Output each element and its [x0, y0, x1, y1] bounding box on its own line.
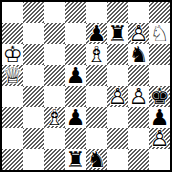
square-a2[interactable]	[2, 128, 23, 149]
square-a7[interactable]	[2, 23, 23, 44]
square-a3[interactable]	[2, 107, 23, 128]
square-c6[interactable]	[44, 44, 65, 65]
square-d8[interactable]	[65, 2, 86, 23]
square-h5[interactable]	[149, 65, 170, 86]
chess-board: ♟♜♟♙♞♘♚♔♝♗♞♛♕♟♟♙♟♙♚♝♗♟♟♟♙♜♞	[2, 2, 170, 170]
square-a6[interactable]: ♚♔	[2, 44, 23, 65]
square-d5[interactable]: ♟	[65, 65, 86, 86]
square-h2[interactable]: ♟♙	[149, 128, 170, 149]
square-a1[interactable]	[2, 149, 23, 170]
square-c3[interactable]: ♝♗	[44, 107, 65, 128]
square-g4[interactable]: ♟♙	[128, 86, 149, 107]
square-a4[interactable]	[2, 86, 23, 107]
square-b8[interactable]	[23, 2, 44, 23]
square-b6[interactable]	[23, 44, 44, 65]
square-e3[interactable]	[86, 107, 107, 128]
chess-board-frame: ♟♜♟♙♞♘♚♔♝♗♞♛♕♟♟♙♟♙♚♝♗♟♟♟♙♜♞	[0, 0, 172, 172]
square-d6[interactable]	[65, 44, 86, 65]
square-h4[interactable]: ♚	[149, 86, 170, 107]
square-f1[interactable]	[107, 149, 128, 170]
square-d1[interactable]: ♜	[65, 149, 86, 170]
square-h7[interactable]: ♞♘	[149, 23, 170, 44]
square-g6[interactable]: ♞	[128, 44, 149, 65]
square-d2[interactable]	[65, 128, 86, 149]
square-c4[interactable]	[44, 86, 65, 107]
piece-white-queen: ♛♕	[0, 63, 25, 88]
square-e2[interactable]	[86, 128, 107, 149]
square-e8[interactable]	[86, 2, 107, 23]
square-c2[interactable]	[44, 128, 65, 149]
square-b7[interactable]	[23, 23, 44, 44]
piece-black-knight: ♞	[84, 147, 109, 172]
square-f6[interactable]	[107, 44, 128, 65]
square-g5[interactable]	[128, 65, 149, 86]
square-a8[interactable]	[2, 2, 23, 23]
square-h8[interactable]	[149, 2, 170, 23]
square-b5[interactable]	[23, 65, 44, 86]
square-g3[interactable]	[128, 107, 149, 128]
square-f4[interactable]: ♟♙	[107, 86, 128, 107]
square-d3[interactable]: ♟	[65, 107, 86, 128]
square-c7[interactable]	[44, 23, 65, 44]
piece-black-pawn: ♟	[63, 105, 88, 130]
square-b2[interactable]	[23, 128, 44, 149]
square-e7[interactable]: ♟	[86, 23, 107, 44]
square-d7[interactable]	[65, 23, 86, 44]
piece-white-pawn: ♟♙	[147, 126, 172, 151]
square-e1[interactable]: ♞	[86, 149, 107, 170]
square-b1[interactable]	[23, 149, 44, 170]
square-c1[interactable]	[44, 149, 65, 170]
square-e5[interactable]	[86, 65, 107, 86]
square-h3[interactable]: ♟	[149, 107, 170, 128]
square-f2[interactable]	[107, 128, 128, 149]
square-g8[interactable]	[128, 2, 149, 23]
square-c8[interactable]	[44, 2, 65, 23]
square-a5[interactable]: ♛♕	[2, 65, 23, 86]
piece-black-knight: ♞	[126, 42, 151, 67]
square-g1[interactable]	[128, 149, 149, 170]
square-f3[interactable]	[107, 107, 128, 128]
square-h6[interactable]	[149, 44, 170, 65]
square-f8[interactable]	[107, 2, 128, 23]
square-c5[interactable]	[44, 65, 65, 86]
square-b4[interactable]	[23, 86, 44, 107]
square-b3[interactable]	[23, 107, 44, 128]
square-f7[interactable]: ♜	[107, 23, 128, 44]
square-e6[interactable]: ♝♗	[86, 44, 107, 65]
square-g7[interactable]: ♟♙	[128, 23, 149, 44]
piece-black-pawn: ♟	[63, 63, 88, 88]
square-f5[interactable]	[107, 65, 128, 86]
square-d4[interactable]	[65, 86, 86, 107]
square-g2[interactable]	[128, 128, 149, 149]
square-e4[interactable]	[86, 86, 107, 107]
square-h1[interactable]	[149, 149, 170, 170]
